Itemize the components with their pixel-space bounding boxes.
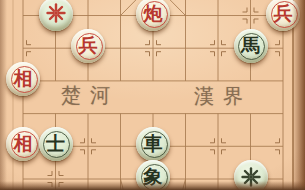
rosette-icon <box>45 2 67 24</box>
piece-glyph: 相 <box>14 134 33 153</box>
piece-glyph: 相 <box>14 69 33 88</box>
piece-glyph: 象 <box>144 167 163 186</box>
piece-red-elephant[interactable]: 相 <box>6 62 40 96</box>
river-text-left: 楚河 <box>61 85 119 105</box>
xiangqi-board[interactable]: 楚河 漢界 炮兵兵馬相相士車象 <box>0 0 305 190</box>
piece-black-advisor[interactable]: 士 <box>39 127 73 161</box>
piece-black-hidden[interactable] <box>234 160 268 190</box>
piece-glyph: 兵 <box>79 36 98 55</box>
piece-glyph: 兵 <box>274 4 293 23</box>
piece-glyph: 士 <box>46 134 65 153</box>
piece-red-cannon[interactable]: 炮 <box>136 0 170 31</box>
rosette-icon <box>240 166 262 188</box>
piece-black-horse[interactable]: 馬 <box>234 29 268 63</box>
piece-glyph: 車 <box>144 134 163 153</box>
river-text-right: 漢界 <box>194 86 252 106</box>
piece-red-hidden[interactable] <box>39 0 73 31</box>
piece-glyph: 馬 <box>241 36 260 55</box>
piece-black-elephant[interactable]: 象 <box>136 160 170 190</box>
piece-red-soldier[interactable]: 兵 <box>266 0 300 31</box>
piece-glyph: 炮 <box>144 4 163 23</box>
piece-red-soldier[interactable]: 兵 <box>71 29 105 63</box>
